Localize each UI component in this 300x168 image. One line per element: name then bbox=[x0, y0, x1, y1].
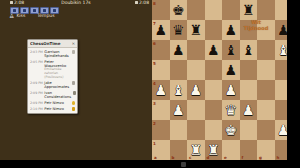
toolbar-icon bbox=[23, 9, 26, 12]
piece-white-queen: ♛ bbox=[222, 100, 240, 120]
square-g5[interactable] bbox=[257, 60, 275, 80]
square-e5[interactable]: ♟ bbox=[222, 60, 240, 80]
file-label: a bbox=[154, 155, 157, 160]
nav-home-icon[interactable] bbox=[181, 162, 186, 167]
row-player-name: Petr Nimzo bbox=[44, 107, 70, 111]
square-e4[interactable]: ♟ bbox=[222, 80, 240, 100]
black-clock-value: 2:08 bbox=[139, 0, 149, 5]
square-f3[interactable]: ♟ bbox=[240, 100, 258, 120]
square-a2[interactable]: 2 bbox=[152, 120, 170, 140]
app-panel: 2:08 Doubikin 17s 2:08 ♙ Kiss Tempus Che… bbox=[0, 0, 152, 160]
row-timestamp: 2:09 PM bbox=[30, 91, 43, 95]
list-item[interactable]: 2:09 PMJake Approximates bbox=[28, 80, 77, 90]
popup-title: ChessOnTime bbox=[30, 41, 72, 46]
square-e8[interactable] bbox=[222, 0, 240, 20]
square-c8[interactable] bbox=[187, 0, 205, 20]
row-player-name: Jake Approximates bbox=[44, 81, 70, 89]
piece-white-king: ♚ bbox=[222, 120, 240, 140]
square-b4[interactable]: ♝ bbox=[170, 80, 188, 100]
engine-status: Doubikin 17s bbox=[0, 0, 152, 6]
row-player-name: Ivan Considerations bbox=[44, 91, 71, 99]
square-b5[interactable] bbox=[170, 60, 188, 80]
file-label: b bbox=[172, 155, 175, 160]
piece-black-king: ♚ bbox=[170, 0, 188, 20]
square-g2[interactable] bbox=[257, 120, 275, 140]
square-g8[interactable] bbox=[257, 0, 275, 20]
square-b8[interactable]: ♚ bbox=[170, 0, 188, 20]
player-name-left: Kiss bbox=[16, 13, 25, 18]
toolbar-icon bbox=[43, 9, 46, 12]
square-d6[interactable]: ♟ bbox=[205, 40, 223, 60]
row-main: Peter WaszczenkoEmilianske zahorien (Pos… bbox=[44, 60, 75, 79]
file-label: f bbox=[242, 155, 244, 160]
piece-black-bishop: ♝ bbox=[222, 40, 240, 60]
square-f6[interactable]: ♝ bbox=[240, 40, 258, 60]
square-d5[interactable] bbox=[205, 60, 223, 80]
file-label: c bbox=[189, 155, 191, 160]
black-clock: 2:08 bbox=[135, 0, 149, 6]
square-a3[interactable]: 3 bbox=[152, 100, 170, 120]
square-f8[interactable]: ♜ bbox=[240, 0, 258, 20]
piece-black-pawn: ♟ bbox=[170, 40, 188, 60]
rank-label: 3 bbox=[153, 101, 156, 106]
piece-white-pawn: ♟ bbox=[170, 100, 188, 120]
square-a8[interactable]: 8 bbox=[152, 0, 170, 20]
square-a6[interactable]: 6 bbox=[152, 40, 170, 60]
list-item[interactable]: 2:09 PMIvan Considerations bbox=[28, 90, 77, 100]
square-g3[interactable] bbox=[257, 100, 275, 120]
piece-white-pawn: ♟ bbox=[187, 80, 205, 100]
row-timestamp: 2:10 PM bbox=[30, 107, 43, 111]
piece-black-rook: ♜ bbox=[187, 20, 205, 40]
toolbar-icon bbox=[33, 9, 36, 12]
list-item[interactable]: 2:05 PMPeter WaszczenkoEmilianske zahori… bbox=[28, 59, 77, 80]
gray-dot-icon bbox=[72, 50, 76, 54]
gray-gear-icon bbox=[72, 81, 76, 85]
swap-icon bbox=[73, 91, 77, 95]
row-main: Jake Approximates bbox=[44, 81, 70, 89]
rank-label: 5 bbox=[153, 61, 156, 66]
square-e6[interactable]: ♝ bbox=[222, 40, 240, 60]
square-a1[interactable]: 1a bbox=[152, 140, 170, 160]
row-player-name: Garrison Spindlehands bbox=[44, 50, 70, 58]
player-name-right: Tempus bbox=[37, 13, 54, 18]
square-f2[interactable] bbox=[240, 120, 258, 140]
square-f5[interactable] bbox=[240, 60, 258, 80]
list-item[interactable]: 2:03 PMGarrison Spindlehands bbox=[28, 49, 77, 59]
row-main: Petr Nimzo bbox=[44, 101, 70, 105]
square-b2[interactable] bbox=[170, 120, 188, 140]
yellow-dot-icon bbox=[72, 101, 76, 105]
file-label: g bbox=[259, 155, 262, 160]
square-a5[interactable]: 5 bbox=[152, 60, 170, 80]
game-list-popup: ChessOnTime ✕ 2:03 PMGarrison Spindlehan… bbox=[27, 39, 78, 114]
piece-black-queen: ♛ bbox=[170, 20, 188, 40]
square-d7[interactable] bbox=[205, 20, 223, 40]
row-timestamp: 2:09 PM bbox=[30, 101, 43, 105]
piece-white-bishop: ♝ bbox=[170, 80, 188, 100]
piece-black-pawn: ♟ bbox=[222, 60, 240, 80]
player-line: ♙ Kiss Tempus bbox=[9, 13, 54, 19]
white-pawn-icon: ♙ bbox=[9, 13, 14, 19]
square-c7[interactable]: ♜ bbox=[187, 20, 205, 40]
right-black-bar bbox=[287, 0, 300, 168]
file-label: h bbox=[277, 155, 280, 160]
square-e2[interactable]: ♚ bbox=[222, 120, 240, 140]
overlay-line2: Tijdnood bbox=[236, 25, 276, 31]
toolbar-icon bbox=[53, 9, 56, 12]
row-subtext: Emilianske zahorien (Posilovens) bbox=[44, 68, 75, 79]
square-c5[interactable] bbox=[187, 60, 205, 80]
file-label: e bbox=[224, 155, 227, 160]
row-player-name: Petr Nimzo bbox=[44, 101, 70, 105]
square-a7[interactable]: 7♟ bbox=[152, 20, 170, 40]
row-timestamp: 2:09 PM bbox=[30, 81, 43, 85]
square-g6[interactable] bbox=[257, 40, 275, 60]
piece-white-pawn: ♟ bbox=[240, 100, 258, 120]
square-e1[interactable]: e bbox=[222, 140, 240, 160]
square-d4[interactable] bbox=[205, 80, 223, 100]
row-timestamp: 2:05 PM bbox=[30, 60, 43, 64]
square-d2[interactable] bbox=[205, 120, 223, 140]
square-c4[interactable]: ♟ bbox=[187, 80, 205, 100]
rank-label: 8 bbox=[153, 1, 156, 6]
rank-label: 4 bbox=[153, 81, 156, 86]
square-c1[interactable]: c♜ bbox=[187, 140, 205, 160]
popup-title-bar: ChessOnTime ✕ bbox=[28, 40, 77, 48]
square-g1[interactable]: g bbox=[257, 140, 275, 160]
row-main: Petr Nimzo bbox=[44, 107, 70, 111]
rank-label: 1 bbox=[153, 141, 156, 146]
square-a4[interactable]: 4♟ bbox=[152, 80, 170, 100]
row-main: Garrison Spindlehands bbox=[44, 50, 70, 58]
square-f4[interactable] bbox=[240, 80, 258, 100]
board-overlay-text: Wit Tijdnood bbox=[236, 19, 276, 31]
clock-icon bbox=[135, 1, 138, 4]
rank-label: 6 bbox=[153, 41, 156, 46]
android-nav-bar bbox=[0, 160, 300, 168]
square-f1[interactable]: f bbox=[240, 140, 258, 160]
square-d8[interactable] bbox=[205, 0, 223, 20]
square-b6[interactable]: ♟ bbox=[170, 40, 188, 60]
square-e3[interactable]: ♛ bbox=[222, 100, 240, 120]
square-d1[interactable]: d♜ bbox=[205, 140, 223, 160]
piece-black-pawn: ♟ bbox=[205, 40, 223, 60]
piece-white-pawn: ♟ bbox=[222, 80, 240, 100]
rank-label: 7 bbox=[153, 21, 156, 26]
square-g4[interactable] bbox=[257, 80, 275, 100]
square-d3[interactable] bbox=[205, 100, 223, 120]
row-main: Ivan Considerations bbox=[44, 91, 71, 99]
rank-label: 2 bbox=[153, 121, 156, 126]
top-bar: 2:08 Doubikin 17s 2:08 bbox=[0, 0, 152, 6]
square-b7[interactable]: ♛ bbox=[170, 20, 188, 40]
popup-row-list: 2:03 PMGarrison Spindlehands2:05 PMPeter… bbox=[28, 48, 77, 113]
square-b1[interactable]: b bbox=[170, 140, 188, 160]
square-c6[interactable] bbox=[187, 40, 205, 60]
square-b3[interactable]: ♟ bbox=[170, 100, 188, 120]
piece-black-bishop: ♝ bbox=[240, 40, 258, 60]
square-c3[interactable] bbox=[187, 100, 205, 120]
row-timestamp: 2:03 PM bbox=[30, 50, 43, 54]
square-c2[interactable] bbox=[187, 120, 205, 140]
close-icon[interactable]: ✕ bbox=[72, 41, 75, 46]
medal-icon bbox=[72, 107, 76, 111]
list-item[interactable]: 2:10 PMPetr Nimzo bbox=[28, 106, 77, 112]
piece-black-rook: ♜ bbox=[240, 0, 258, 20]
file-label: d bbox=[207, 155, 210, 160]
